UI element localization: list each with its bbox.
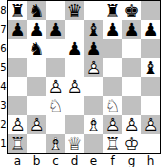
black-pawn-piece[interactable]: ♟ bbox=[28, 20, 44, 39]
black-bishop-piece[interactable]: ♝ bbox=[142, 58, 158, 77]
black-pawn-piece[interactable]: ♟ bbox=[104, 20, 120, 39]
rank-label-1: 1 bbox=[0, 134, 7, 153]
square-d8[interactable]: ♛ bbox=[65, 1, 84, 20]
square-a5[interactable] bbox=[8, 58, 27, 77]
white-pawn-piece[interactable]: ♟♙ bbox=[66, 77, 82, 96]
square-c5[interactable] bbox=[46, 58, 65, 77]
white-piece-outline: ♙ bbox=[104, 115, 120, 134]
rank-label-5: 5 bbox=[0, 58, 7, 77]
white-piece-outline: ♙ bbox=[9, 115, 25, 134]
square-h6[interactable] bbox=[141, 39, 160, 58]
white-piece-outline: ♙ bbox=[123, 115, 139, 134]
white-bishop-piece[interactable]: ♝♗ bbox=[85, 115, 101, 134]
black-pawn-piece[interactable]: ♟ bbox=[9, 20, 25, 39]
white-piece-outline: ♕ bbox=[66, 134, 82, 153]
file-label-e: e bbox=[84, 154, 103, 167]
white-pawn-piece[interactable]: ♟♙ bbox=[142, 115, 158, 134]
square-a6[interactable] bbox=[8, 39, 27, 58]
square-a7[interactable]: ♟ bbox=[8, 20, 27, 39]
file-labels: abcdefgh bbox=[8, 154, 160, 167]
black-pawn-piece[interactable]: ♟ bbox=[123, 20, 139, 39]
black-rook-piece[interactable]: ♜ bbox=[9, 1, 25, 20]
square-e2[interactable]: ♝♗ bbox=[84, 115, 103, 134]
square-f7[interactable]: ♟ bbox=[103, 20, 122, 39]
square-e1[interactable] bbox=[84, 134, 103, 153]
square-h8[interactable] bbox=[141, 1, 160, 20]
square-e3[interactable] bbox=[84, 96, 103, 115]
white-pawn-piece[interactable]: ♟♙ bbox=[85, 58, 101, 77]
square-g8[interactable]: ♚ bbox=[122, 1, 141, 20]
square-e5[interactable]: ♟♙ bbox=[84, 58, 103, 77]
square-g6[interactable] bbox=[122, 39, 141, 58]
chess-board-diagram: 87654321 ♜♞♛♜♚♟♟♟♝♟♟♟♞♟♟♟♙♝♟♙♟♙♞♘♞♘♟♙♟♙♝… bbox=[0, 0, 162, 167]
square-c3[interactable]: ♞♘ bbox=[46, 96, 65, 115]
white-knight-piece[interactable]: ♞♘ bbox=[47, 96, 63, 115]
white-piece-outline: ♗ bbox=[85, 115, 101, 134]
black-pawn-piece[interactable]: ♟ bbox=[47, 20, 63, 39]
black-pawn-piece[interactable]: ♟ bbox=[85, 39, 101, 58]
white-piece-outline: ♔ bbox=[123, 134, 139, 153]
rank-label-4: 4 bbox=[0, 77, 7, 96]
square-h3[interactable] bbox=[141, 96, 160, 115]
square-b5[interactable] bbox=[27, 58, 46, 77]
square-e7[interactable]: ♝ bbox=[84, 20, 103, 39]
black-knight-piece[interactable]: ♞ bbox=[28, 1, 44, 20]
file-label-b: b bbox=[27, 154, 46, 167]
square-c4[interactable]: ♟♙ bbox=[46, 77, 65, 96]
square-d3[interactable] bbox=[65, 96, 84, 115]
square-d7[interactable] bbox=[65, 20, 84, 39]
file-label-a: a bbox=[8, 154, 27, 167]
square-a8[interactable]: ♜ bbox=[8, 1, 27, 20]
square-g7[interactable]: ♟ bbox=[122, 20, 141, 39]
square-d5[interactable] bbox=[65, 58, 84, 77]
white-piece-outline: ♘ bbox=[104, 96, 120, 115]
square-d1[interactable]: ♛♕ bbox=[65, 134, 84, 153]
square-e8[interactable] bbox=[84, 1, 103, 20]
white-rook-piece[interactable]: ♜♖ bbox=[9, 134, 25, 153]
white-queen-piece[interactable]: ♛♕ bbox=[66, 134, 82, 153]
square-f8[interactable]: ♜ bbox=[103, 1, 122, 20]
white-piece-outline: ♙ bbox=[66, 77, 82, 96]
rank-labels: 87654321 bbox=[0, 1, 7, 153]
square-b4[interactable] bbox=[27, 77, 46, 96]
white-rook-piece[interactable]: ♜♖ bbox=[104, 134, 120, 153]
square-g4[interactable] bbox=[122, 77, 141, 96]
square-h7[interactable]: ♟ bbox=[141, 20, 160, 39]
square-b1[interactable] bbox=[27, 134, 46, 153]
square-c7[interactable]: ♟ bbox=[46, 20, 65, 39]
square-c8[interactable] bbox=[46, 1, 65, 20]
rank-label-8: 8 bbox=[0, 1, 7, 20]
square-b2[interactable]: ♟♙ bbox=[27, 115, 46, 134]
rank-label-2: 2 bbox=[0, 115, 7, 134]
square-a4[interactable] bbox=[8, 77, 27, 96]
white-bishop-piece[interactable]: ♝♗ bbox=[47, 134, 63, 153]
square-e6[interactable]: ♟ bbox=[84, 39, 103, 58]
white-piece-outline: ♙ bbox=[28, 115, 44, 134]
square-g1[interactable]: ♚♔ bbox=[122, 134, 141, 153]
square-h1[interactable] bbox=[141, 134, 160, 153]
square-d2[interactable] bbox=[65, 115, 84, 134]
square-f6[interactable] bbox=[103, 39, 122, 58]
square-b8[interactable]: ♞ bbox=[27, 1, 46, 20]
white-pawn-piece[interactable]: ♟♙ bbox=[28, 115, 44, 134]
square-a2[interactable]: ♟♙ bbox=[8, 115, 27, 134]
file-label-h: h bbox=[141, 154, 160, 167]
square-d6[interactable]: ♟ bbox=[65, 39, 84, 58]
square-f1[interactable]: ♜♖ bbox=[103, 134, 122, 153]
rank-label-3: 3 bbox=[0, 96, 7, 115]
rank-label-6: 6 bbox=[0, 39, 7, 58]
square-c1[interactable]: ♝♗ bbox=[46, 134, 65, 153]
black-pawn-piece[interactable]: ♟ bbox=[142, 20, 158, 39]
square-e4[interactable] bbox=[84, 77, 103, 96]
square-a1[interactable]: ♜♖ bbox=[8, 134, 27, 153]
square-b3[interactable] bbox=[27, 96, 46, 115]
square-a3[interactable] bbox=[8, 96, 27, 115]
black-rook-piece[interactable]: ♜ bbox=[104, 1, 120, 20]
white-pawn-piece[interactable]: ♟♙ bbox=[104, 115, 120, 134]
white-piece-outline: ♖ bbox=[9, 134, 25, 153]
black-queen-piece[interactable]: ♛ bbox=[66, 1, 82, 20]
square-h4[interactable] bbox=[141, 77, 160, 96]
white-piece-outline: ♘ bbox=[47, 96, 63, 115]
white-piece-outline: ♙ bbox=[85, 58, 101, 77]
square-f3[interactable]: ♞♘ bbox=[103, 96, 122, 115]
black-bishop-piece[interactable]: ♝ bbox=[85, 20, 101, 39]
square-b7[interactable]: ♟ bbox=[27, 20, 46, 39]
file-label-g: g bbox=[122, 154, 141, 167]
white-king-piece[interactable]: ♚♔ bbox=[123, 134, 139, 153]
square-f2[interactable]: ♟♙ bbox=[103, 115, 122, 134]
black-pawn-piece[interactable]: ♟ bbox=[66, 39, 82, 58]
white-pawn-piece[interactable]: ♟♙ bbox=[9, 115, 25, 134]
file-label-c: c bbox=[46, 154, 65, 167]
square-c6[interactable] bbox=[46, 39, 65, 58]
white-piece-outline: ♖ bbox=[104, 134, 120, 153]
black-knight-piece[interactable]: ♞ bbox=[28, 39, 44, 58]
square-g3[interactable] bbox=[122, 96, 141, 115]
file-label-d: d bbox=[65, 154, 84, 167]
rank-label-7: 7 bbox=[0, 20, 7, 39]
square-g5[interactable] bbox=[122, 58, 141, 77]
square-g2[interactable]: ♟♙ bbox=[122, 115, 141, 134]
square-f5[interactable] bbox=[103, 58, 122, 77]
square-c2[interactable] bbox=[46, 115, 65, 134]
white-knight-piece[interactable]: ♞♘ bbox=[104, 96, 120, 115]
file-label-f: f bbox=[103, 154, 122, 167]
chess-board: ♜♞♛♜♚♟♟♟♝♟♟♟♞♟♟♟♙♝♟♙♟♙♞♘♞♘♟♙♟♙♝♗♟♙♟♙♟♙♜♖… bbox=[7, 0, 161, 154]
white-pawn-piece[interactable]: ♟♙ bbox=[47, 77, 63, 96]
white-piece-outline: ♙ bbox=[142, 115, 158, 134]
white-pawn-piece[interactable]: ♟♙ bbox=[123, 115, 139, 134]
white-piece-outline: ♙ bbox=[47, 77, 63, 96]
square-d4[interactable]: ♟♙ bbox=[65, 77, 84, 96]
square-h2[interactable]: ♟♙ bbox=[141, 115, 160, 134]
square-b6[interactable]: ♞ bbox=[27, 39, 46, 58]
black-king-piece[interactable]: ♚ bbox=[123, 1, 139, 20]
square-h5[interactable]: ♝ bbox=[141, 58, 160, 77]
white-piece-outline: ♗ bbox=[47, 134, 63, 153]
square-f4[interactable] bbox=[103, 77, 122, 96]
